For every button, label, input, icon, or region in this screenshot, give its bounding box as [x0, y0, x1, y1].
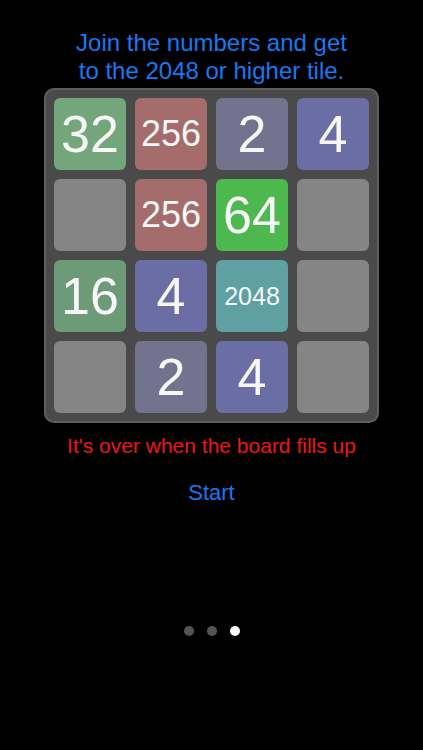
game-board[interactable]: 322562425664164204824 — [44, 88, 379, 423]
tile-4: 4 — [135, 260, 207, 332]
tile-256: 256 — [135, 179, 207, 251]
tile-16: 16 — [54, 260, 126, 332]
page-title: Join the numbers and get to the 2048 or … — [0, 29, 423, 85]
start-button[interactable]: Start — [0, 480, 423, 506]
tile-4: 4 — [297, 98, 369, 170]
tile-64: 64 — [216, 179, 288, 251]
tile-2: 2 — [216, 98, 288, 170]
app-screen: { "game": "2048", "position": "32,256,2,… — [0, 0, 423, 750]
empty-cell — [297, 260, 369, 332]
empty-cell — [54, 341, 126, 413]
page-dots[interactable] — [0, 626, 423, 636]
page-title-line2: to the 2048 or higher tile. — [0, 57, 423, 85]
empty-cell — [297, 179, 369, 251]
page-dot[interactable] — [184, 626, 194, 636]
tile-4: 4 — [216, 341, 288, 413]
page-dot-active[interactable] — [230, 626, 240, 636]
tile-2: 2 — [135, 341, 207, 413]
tile-32: 32 — [54, 98, 126, 170]
tile-256: 256 — [135, 98, 207, 170]
tile-2048: 2048 — [216, 260, 288, 332]
game-over-text: It's over when the board fills up — [0, 434, 423, 458]
page-dot[interactable] — [207, 626, 217, 636]
empty-cell — [297, 341, 369, 413]
page-title-line1: Join the numbers and get — [0, 29, 423, 57]
empty-cell — [54, 179, 126, 251]
